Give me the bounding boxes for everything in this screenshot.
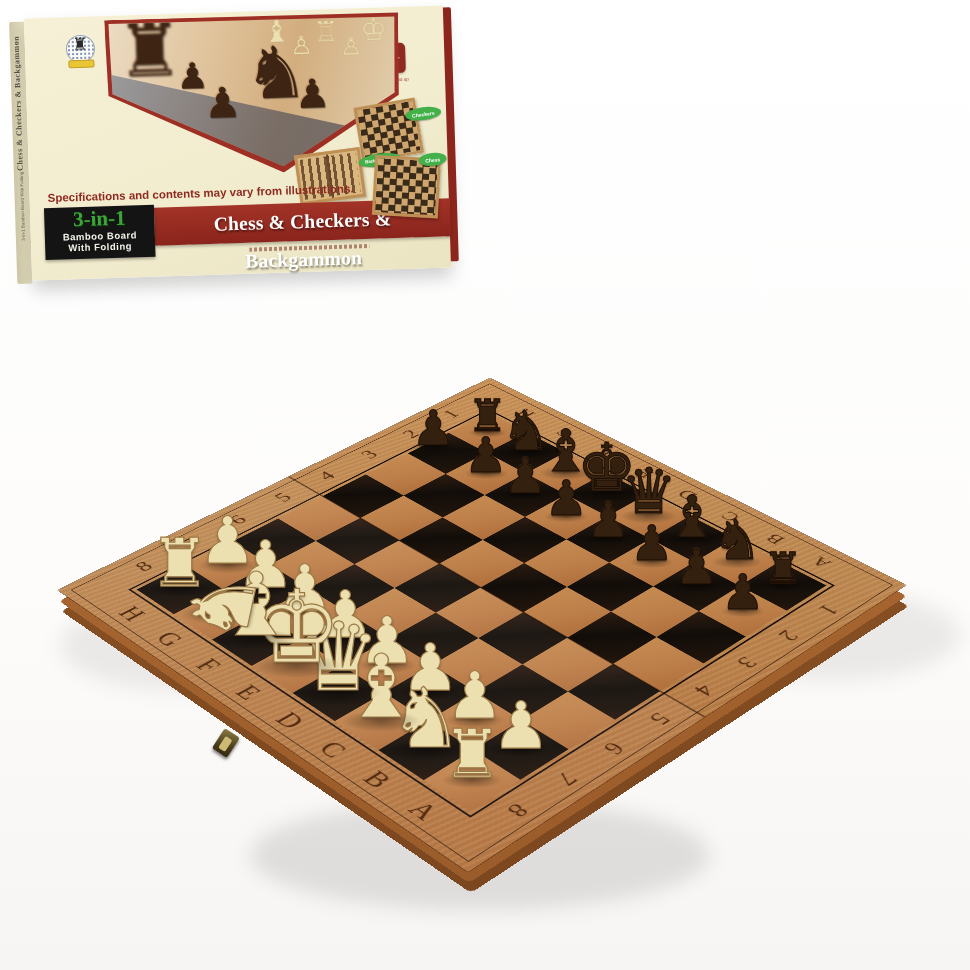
rank-label-left-1: 1	[440, 408, 464, 420]
brand-crest-logo: ♜	[62, 32, 97, 69]
rank-label-right-1: 1	[814, 601, 843, 617]
crest-ribbon-icon	[68, 59, 94, 68]
box-side-subtitle: 3-in-1 Bamboo Board With Folding	[19, 172, 26, 241]
chess-board: HH11GG22FF33EE44DD55CC66BB77AA88	[58, 378, 906, 872]
file-label-far-H: H	[512, 407, 538, 420]
feature-panel: 3-in-1 Bamboo Board With Folding	[44, 205, 156, 260]
rank-label-left-2: 2	[399, 428, 423, 441]
file-label-far-B: B	[761, 531, 788, 546]
file-label-far-A: A	[806, 554, 834, 570]
variant-label-text: Checkers	[412, 109, 435, 118]
hero-rook-icon: ♖	[313, 18, 339, 47]
product-photo-scene: Chess & Checkers & Backgammon 3-in-1 Bam…	[0, 0, 970, 970]
file-label-far-C: C	[716, 509, 743, 524]
file-label-far-E: E	[632, 467, 657, 480]
feature-headline: 3-in-1	[44, 205, 155, 232]
hero-king-icon: ♔	[360, 14, 388, 45]
hero-pawn-icon: ♟	[294, 73, 331, 114]
rank-label-right-2: 2	[774, 627, 803, 644]
crest-chess-piece-icon: ♜	[63, 33, 98, 54]
rank-label-right-3: 3	[732, 654, 762, 671]
hero-pawn-icon: ♙	[340, 34, 362, 59]
product-box: Chess & Checkers & Backgammon 3-in-1 Bam…	[24, 5, 452, 280]
file-label-far-F: F	[591, 447, 615, 460]
rank-label-left-3: 3	[358, 448, 383, 461]
file-label-far-G: G	[551, 426, 577, 440]
rank-label-right-4: 4	[689, 681, 719, 699]
file-label-far-D: D	[673, 487, 700, 502]
hero-pawn-icon: ♟	[203, 82, 242, 125]
box-side-title: Chess & Checkers & Backgammon	[12, 36, 25, 171]
feature-line2: With Folding	[45, 240, 155, 254]
rank-label-left-4: 4	[315, 469, 340, 482]
variant-backgammon-board	[294, 147, 366, 205]
variant-label-text: Chess	[425, 156, 441, 163]
